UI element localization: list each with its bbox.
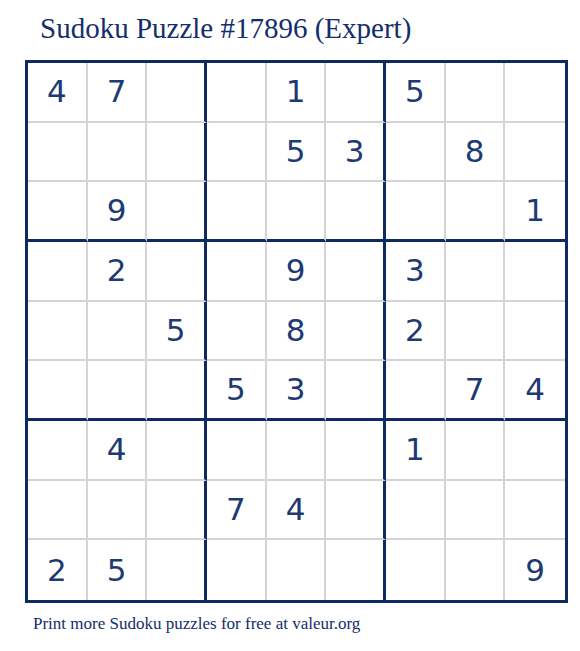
cell-r1c6[interactable] [326,63,386,123]
cell-r7c1[interactable] [28,421,88,481]
cell-r9c1[interactable]: 2 [28,540,88,600]
cell-r1c9[interactable] [505,63,565,123]
cell-r2c4[interactable] [207,123,267,183]
cell-r9c4[interactable] [207,540,267,600]
cell-r5c2[interactable] [88,302,148,362]
cell-r9c8[interactable] [446,540,506,600]
cell-r7c6[interactable] [326,421,386,481]
cell-r4c3[interactable] [147,242,207,302]
page-title: Sudoku Puzzle #17896 (Expert) [40,12,411,45]
cell-r6c2[interactable] [88,361,148,421]
cell-r7c9[interactable] [505,421,565,481]
cell-r1c2[interactable]: 7 [88,63,148,123]
cell-r3c9[interactable]: 1 [505,182,565,242]
cell-r8c1[interactable] [28,481,88,541]
sudoku-board: 47155389129358253744174259 [25,60,568,603]
cell-r2c6[interactable]: 3 [326,123,386,183]
cell-r9c6[interactable] [326,540,386,600]
cell-r1c1[interactable]: 4 [28,63,88,123]
cell-r6c3[interactable] [147,361,207,421]
cell-r5c6[interactable] [326,302,386,362]
cell-r3c2[interactable]: 9 [88,182,148,242]
cell-r3c1[interactable] [28,182,88,242]
cell-r9c2[interactable]: 5 [88,540,148,600]
cell-r3c6[interactable] [326,182,386,242]
cell-r6c4[interactable]: 5 [207,361,267,421]
cell-r3c5[interactable] [267,182,327,242]
cell-r1c4[interactable] [207,63,267,123]
cell-r4c7[interactable]: 3 [386,242,446,302]
cell-r3c4[interactable] [207,182,267,242]
cell-r1c5[interactable]: 1 [267,63,327,123]
cell-r3c3[interactable] [147,182,207,242]
cell-r4c4[interactable] [207,242,267,302]
cell-r4c2[interactable]: 2 [88,242,148,302]
cell-r2c2[interactable] [88,123,148,183]
cell-r6c1[interactable] [28,361,88,421]
cell-r4c9[interactable] [505,242,565,302]
cell-r5c8[interactable] [446,302,506,362]
cell-r6c7[interactable] [386,361,446,421]
cell-r4c6[interactable] [326,242,386,302]
cell-r2c1[interactable] [28,123,88,183]
cell-r4c1[interactable] [28,242,88,302]
cell-r7c4[interactable] [207,421,267,481]
cell-r8c7[interactable] [386,481,446,541]
cell-r5c4[interactable] [207,302,267,362]
sudoku-sheet: Sudoku Puzzle #17896 (Expert) 4715538912… [0,0,580,651]
cell-r3c7[interactable] [386,182,446,242]
cell-r7c2[interactable]: 4 [88,421,148,481]
cell-r6c6[interactable] [326,361,386,421]
cell-r1c3[interactable] [147,63,207,123]
cell-r7c5[interactable] [267,421,327,481]
cell-r9c7[interactable] [386,540,446,600]
footer-text: Print more Sudoku puzzles for free at va… [33,614,360,634]
cell-r8c4[interactable]: 7 [207,481,267,541]
cell-r5c7[interactable]: 2 [386,302,446,362]
cell-r3c8[interactable] [446,182,506,242]
cell-r8c8[interactable] [446,481,506,541]
cell-r5c3[interactable]: 5 [147,302,207,362]
cell-r6c9[interactable]: 4 [505,361,565,421]
cell-r2c3[interactable] [147,123,207,183]
cell-r6c5[interactable]: 3 [267,361,327,421]
cell-r8c5[interactable]: 4 [267,481,327,541]
cell-r5c5[interactable]: 8 [267,302,327,362]
cell-r4c8[interactable] [446,242,506,302]
cell-r8c3[interactable] [147,481,207,541]
cell-r4c5[interactable]: 9 [267,242,327,302]
cell-r9c9[interactable]: 9 [505,540,565,600]
cell-r9c3[interactable] [147,540,207,600]
cell-r9c5[interactable] [267,540,327,600]
cell-r8c9[interactable] [505,481,565,541]
cell-r1c8[interactable] [446,63,506,123]
cell-r5c9[interactable] [505,302,565,362]
cell-r8c2[interactable] [88,481,148,541]
cell-r8c6[interactable] [326,481,386,541]
cell-r2c5[interactable]: 5 [267,123,327,183]
cell-r2c8[interactable]: 8 [446,123,506,183]
cell-r2c7[interactable] [386,123,446,183]
cell-r7c3[interactable] [147,421,207,481]
cell-r1c7[interactable]: 5 [386,63,446,123]
cell-r2c9[interactable] [505,123,565,183]
cell-r6c8[interactable]: 7 [446,361,506,421]
cell-r5c1[interactable] [28,302,88,362]
cell-r7c8[interactable] [446,421,506,481]
cell-r7c7[interactable]: 1 [386,421,446,481]
